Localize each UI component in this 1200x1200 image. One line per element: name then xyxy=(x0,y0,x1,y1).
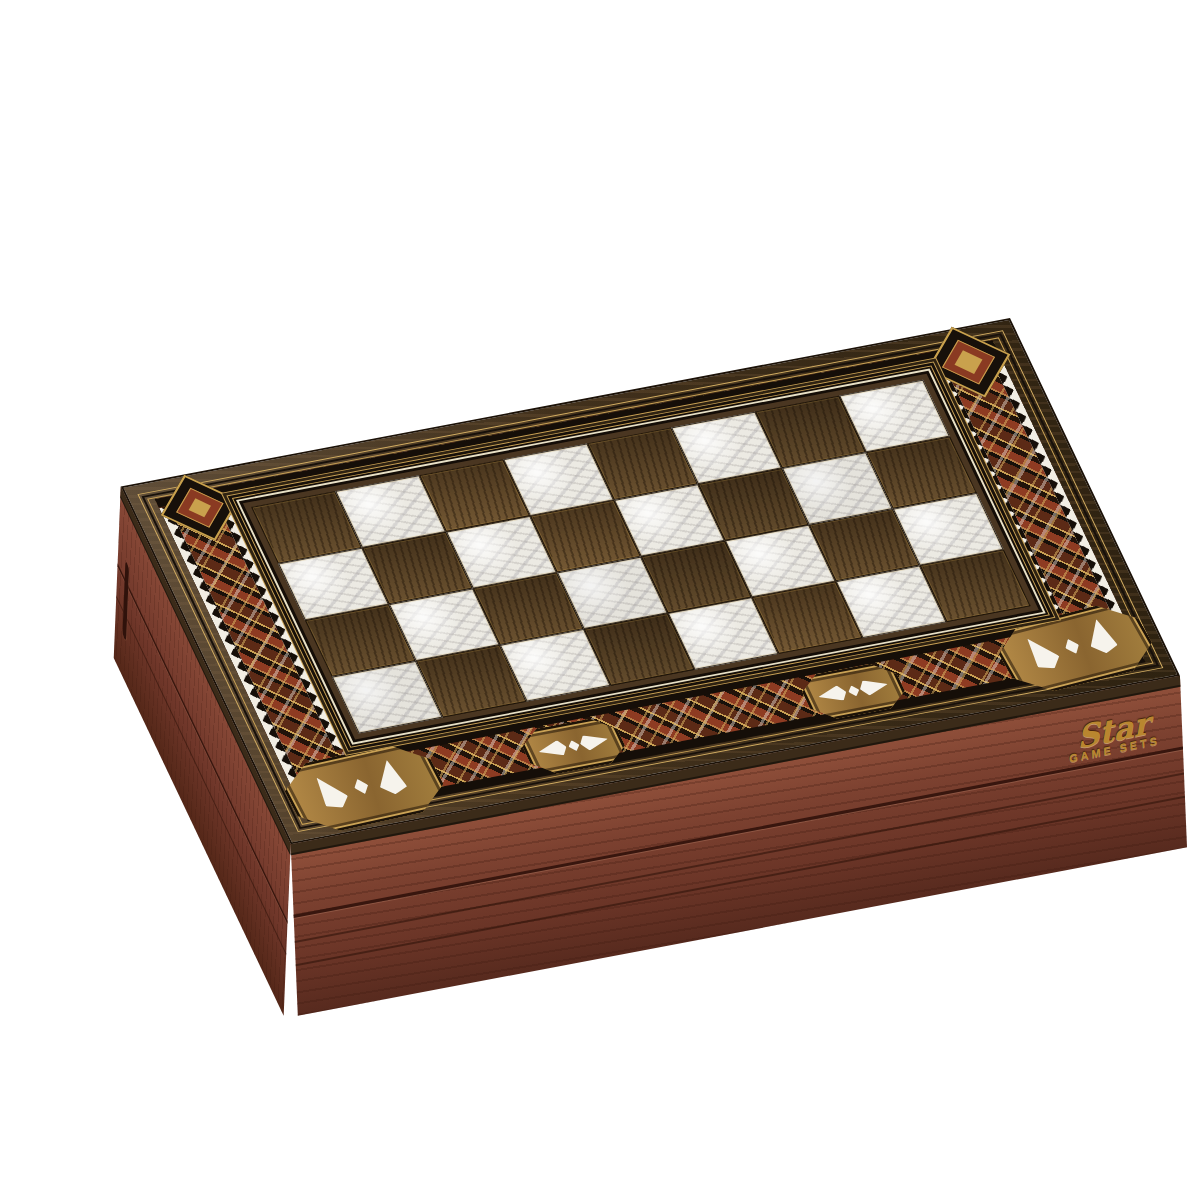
pearl-inlay-diamond xyxy=(566,739,582,752)
product-photo: Star GAME SETS xyxy=(0,6,1200,1200)
pearl-inlay-arrow xyxy=(306,772,354,813)
pearl-inlay-kite xyxy=(577,731,612,751)
pearl-inlay-arrow xyxy=(373,760,409,795)
pearl-inlay-arrow xyxy=(1083,618,1120,654)
pearl-inlay-kite xyxy=(815,684,850,704)
pearl-inlay-kite xyxy=(856,676,891,696)
pearl-inlay-kite xyxy=(535,739,570,759)
pearl-inlay-diamond xyxy=(1061,637,1083,655)
pearl-inlay-diamond xyxy=(351,778,372,796)
pearl-inlay-diamond xyxy=(846,684,862,697)
latch-notch xyxy=(122,560,129,642)
pearl-inlay-arrow xyxy=(1017,633,1066,674)
